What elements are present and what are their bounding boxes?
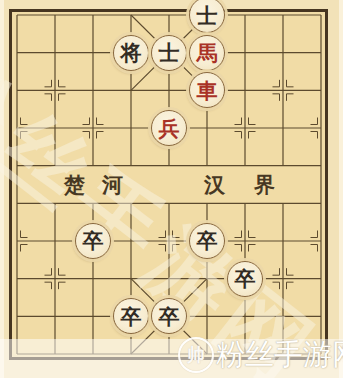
- piece-glyph: 士: [197, 5, 218, 26]
- piece-glyph: 将: [121, 42, 142, 63]
- black-piece-士[interactable]: 士: [189, 0, 225, 33]
- pieces-grid: 士将士馬車兵卒卒卒卒卒: [0, 0, 340, 373]
- piece-glyph: 卒: [197, 230, 218, 251]
- piece-glyph: 卒: [83, 230, 104, 251]
- piece-glyph: 卒: [159, 306, 180, 327]
- black-piece-士[interactable]: 士: [151, 35, 187, 71]
- black-piece-卒[interactable]: 卒: [227, 261, 263, 297]
- black-piece-卒[interactable]: 卒: [75, 223, 111, 259]
- piece-glyph: 兵: [159, 118, 180, 139]
- piece-glyph: 士: [159, 42, 180, 63]
- piece-glyph: 車: [197, 80, 218, 101]
- bottom-overlay-band: [0, 339, 343, 378]
- piece-glyph: 馬: [197, 42, 218, 63]
- black-piece-卒[interactable]: 卒: [113, 298, 149, 334]
- red-piece-馬[interactable]: 馬: [189, 35, 225, 71]
- red-piece-兵[interactable]: 兵: [151, 110, 187, 146]
- piece-glyph: 卒: [235, 268, 256, 289]
- piece-glyph: 卒: [121, 306, 142, 327]
- black-piece-将[interactable]: 将: [113, 35, 149, 71]
- red-piece-車[interactable]: 車: [189, 72, 225, 108]
- black-piece-卒[interactable]: 卒: [189, 223, 225, 259]
- xiangqi-board-screen: 粉丝手游网 楚河 汉界 士将士馬車兵卒卒卒卒卒 帅 粉丝手游网: [0, 0, 343, 378]
- black-piece-卒[interactable]: 卒: [151, 298, 187, 334]
